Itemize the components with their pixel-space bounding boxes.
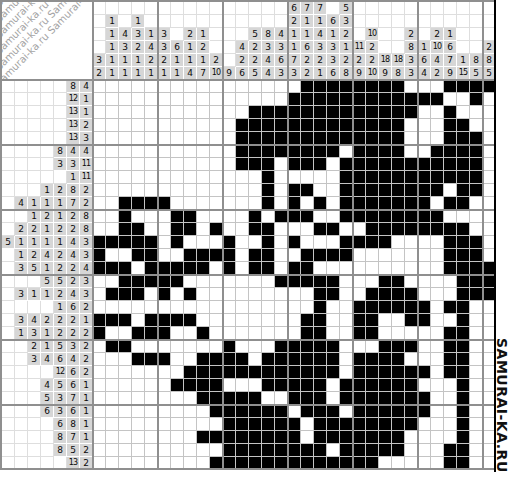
grid-cell[interactable]: [145, 93, 158, 106]
grid-cell[interactable]: [405, 197, 418, 210]
grid-cell[interactable]: [184, 288, 197, 301]
grid-cell[interactable]: [327, 249, 340, 262]
grid-cell[interactable]: [314, 184, 327, 197]
grid-cell[interactable]: [210, 431, 223, 444]
grid-cell[interactable]: [210, 158, 223, 171]
grid-cell[interactable]: [171, 106, 184, 119]
grid-cell[interactable]: [262, 249, 275, 262]
grid-cell[interactable]: [353, 288, 366, 301]
grid-cell[interactable]: [197, 379, 210, 392]
grid-cell[interactable]: [93, 223, 106, 236]
grid-cell[interactable]: [288, 392, 301, 405]
grid-cell[interactable]: [288, 457, 301, 470]
grid-cell[interactable]: [301, 379, 314, 392]
grid-cell[interactable]: [236, 80, 249, 93]
grid-cell[interactable]: [327, 405, 340, 418]
grid-cell[interactable]: [93, 145, 106, 158]
grid-cell[interactable]: [379, 80, 392, 93]
grid-cell[interactable]: [197, 171, 210, 184]
grid-cell[interactable]: [340, 145, 353, 158]
grid-cell[interactable]: [93, 314, 106, 327]
grid-cell[interactable]: [236, 197, 249, 210]
grid-cell[interactable]: [93, 132, 106, 145]
grid-cell[interactable]: [197, 249, 210, 262]
grid-cell[interactable]: [431, 444, 444, 457]
grid-cell[interactable]: [301, 457, 314, 470]
grid-cell[interactable]: [379, 353, 392, 366]
grid-cell[interactable]: [470, 353, 483, 366]
grid-cell[interactable]: [405, 210, 418, 223]
grid-cell[interactable]: [249, 366, 262, 379]
grid-cell[interactable]: [353, 223, 366, 236]
grid-cell[interactable]: [418, 301, 431, 314]
grid-cell[interactable]: [171, 158, 184, 171]
grid-cell[interactable]: [392, 366, 405, 379]
grid-cell[interactable]: [275, 262, 288, 275]
grid-cell[interactable]: [405, 132, 418, 145]
grid-cell[interactable]: [236, 106, 249, 119]
grid-cell[interactable]: [431, 288, 444, 301]
grid-cell[interactable]: [301, 106, 314, 119]
grid-cell[interactable]: [470, 301, 483, 314]
grid-cell[interactable]: [93, 119, 106, 132]
grid-cell[interactable]: [405, 327, 418, 340]
grid-cell[interactable]: [314, 431, 327, 444]
grid-cell[interactable]: [314, 275, 327, 288]
grid-cell[interactable]: [457, 132, 470, 145]
grid-cell[interactable]: [184, 106, 197, 119]
grid-cell[interactable]: [457, 340, 470, 353]
grid-cell[interactable]: [470, 145, 483, 158]
grid-cell[interactable]: [353, 379, 366, 392]
grid-cell[interactable]: [327, 353, 340, 366]
grid-cell[interactable]: [106, 262, 119, 275]
grid-cell[interactable]: [431, 158, 444, 171]
grid-cell[interactable]: [379, 249, 392, 262]
grid-cell[interactable]: [483, 301, 496, 314]
grid-cell[interactable]: [444, 223, 457, 236]
grid-cell[interactable]: [353, 366, 366, 379]
grid-cell[interactable]: [470, 171, 483, 184]
grid-cell[interactable]: [327, 275, 340, 288]
grid-cell[interactable]: [340, 119, 353, 132]
grid-cell[interactable]: [327, 184, 340, 197]
grid-cell[interactable]: [236, 301, 249, 314]
grid-cell[interactable]: [119, 80, 132, 93]
grid-cell[interactable]: [470, 158, 483, 171]
grid-cell[interactable]: [158, 301, 171, 314]
grid-cell[interactable]: [470, 379, 483, 392]
grid-cell[interactable]: [249, 171, 262, 184]
grid-cell[interactable]: [314, 301, 327, 314]
grid-cell[interactable]: [132, 80, 145, 93]
grid-cell[interactable]: [431, 132, 444, 145]
grid-cell[interactable]: [236, 288, 249, 301]
grid-cell[interactable]: [444, 405, 457, 418]
grid-cell[interactable]: [171, 93, 184, 106]
grid-cell[interactable]: [210, 80, 223, 93]
grid-cell[interactable]: [93, 327, 106, 340]
grid-cell[interactable]: [483, 145, 496, 158]
grid-cell[interactable]: [418, 249, 431, 262]
grid-cell[interactable]: [353, 340, 366, 353]
grid-cell[interactable]: [418, 288, 431, 301]
grid-cell[interactable]: [249, 444, 262, 457]
grid-cell[interactable]: [288, 444, 301, 457]
grid-cell[interactable]: [379, 366, 392, 379]
grid-cell[interactable]: [288, 405, 301, 418]
grid-cell[interactable]: [405, 457, 418, 470]
grid-cell[interactable]: [470, 106, 483, 119]
grid-cell[interactable]: [327, 236, 340, 249]
grid-cell[interactable]: [249, 119, 262, 132]
grid-cell[interactable]: [327, 223, 340, 236]
grid-cell[interactable]: [236, 210, 249, 223]
grid-cell[interactable]: [184, 158, 197, 171]
grid-cell[interactable]: [145, 379, 158, 392]
grid-cell[interactable]: [340, 275, 353, 288]
grid-cell[interactable]: [93, 353, 106, 366]
grid-cell[interactable]: [353, 444, 366, 457]
grid-cell[interactable]: [132, 210, 145, 223]
grid-cell[interactable]: [327, 314, 340, 327]
grid-cell[interactable]: [327, 119, 340, 132]
grid-cell[interactable]: [158, 210, 171, 223]
grid-cell[interactable]: [366, 301, 379, 314]
grid-cell[interactable]: [158, 275, 171, 288]
grid-cell[interactable]: [132, 288, 145, 301]
grid-cell[interactable]: [340, 223, 353, 236]
grid-cell[interactable]: [379, 158, 392, 171]
grid-cell[interactable]: [288, 184, 301, 197]
grid-cell[interactable]: [483, 249, 496, 262]
grid-cell[interactable]: [275, 301, 288, 314]
grid-cell[interactable]: [275, 431, 288, 444]
grid-cell[interactable]: [470, 93, 483, 106]
grid-cell[interactable]: [327, 197, 340, 210]
grid-cell[interactable]: [184, 275, 197, 288]
grid-cell[interactable]: [236, 431, 249, 444]
grid-cell[interactable]: [366, 405, 379, 418]
grid-cell[interactable]: [327, 171, 340, 184]
grid-cell[interactable]: [392, 93, 405, 106]
grid-cell[interactable]: [366, 366, 379, 379]
grid-cell[interactable]: [470, 314, 483, 327]
grid-cell[interactable]: [132, 145, 145, 158]
grid-cell[interactable]: [249, 457, 262, 470]
grid-cell[interactable]: [392, 158, 405, 171]
grid-cell[interactable]: [431, 327, 444, 340]
grid-cell[interactable]: [119, 340, 132, 353]
grid-cell[interactable]: [223, 145, 236, 158]
grid-cell[interactable]: [301, 184, 314, 197]
grid-cell[interactable]: [444, 145, 457, 158]
grid-cell[interactable]: [340, 392, 353, 405]
grid-cell[interactable]: [184, 262, 197, 275]
grid-cell[interactable]: [353, 184, 366, 197]
grid-cell[interactable]: [379, 444, 392, 457]
grid-cell[interactable]: [132, 327, 145, 340]
grid-cell[interactable]: [431, 457, 444, 470]
grid-cell[interactable]: [353, 301, 366, 314]
grid-cell[interactable]: [223, 249, 236, 262]
grid-cell[interactable]: [353, 106, 366, 119]
grid-cell[interactable]: [197, 288, 210, 301]
grid-cell[interactable]: [119, 145, 132, 158]
grid-cell[interactable]: [418, 392, 431, 405]
grid-cell[interactable]: [301, 353, 314, 366]
grid-cell[interactable]: [106, 457, 119, 470]
grid-cell[interactable]: [457, 353, 470, 366]
grid-cell[interactable]: [249, 379, 262, 392]
grid-cell[interactable]: [119, 158, 132, 171]
grid-cell[interactable]: [158, 340, 171, 353]
grid-cell[interactable]: [145, 210, 158, 223]
grid-cell[interactable]: [197, 418, 210, 431]
grid-cell[interactable]: [106, 444, 119, 457]
grid-cell[interactable]: [340, 210, 353, 223]
grid-cell[interactable]: [106, 275, 119, 288]
grid-cell[interactable]: [184, 171, 197, 184]
grid-cell[interactable]: [197, 405, 210, 418]
grid-cell[interactable]: [327, 210, 340, 223]
grid-cell[interactable]: [353, 314, 366, 327]
grid-cell[interactable]: [457, 379, 470, 392]
grid-cell[interactable]: [184, 210, 197, 223]
grid-cell[interactable]: [262, 119, 275, 132]
grid-cell[interactable]: [418, 171, 431, 184]
grid-cell[interactable]: [327, 262, 340, 275]
grid-cell[interactable]: [444, 197, 457, 210]
grid-cell[interactable]: [223, 80, 236, 93]
grid-cell[interactable]: [301, 249, 314, 262]
grid-cell[interactable]: [470, 262, 483, 275]
grid-cell[interactable]: [431, 171, 444, 184]
grid-cell[interactable]: [431, 119, 444, 132]
grid-cell[interactable]: [106, 249, 119, 262]
grid-cell[interactable]: [262, 392, 275, 405]
grid-cell[interactable]: [145, 119, 158, 132]
grid-cell[interactable]: [444, 327, 457, 340]
grid-cell[interactable]: [444, 288, 457, 301]
grid-cell[interactable]: [431, 379, 444, 392]
grid-cell[interactable]: [405, 106, 418, 119]
grid-cell[interactable]: [288, 431, 301, 444]
grid-cell[interactable]: [132, 340, 145, 353]
grid-cell[interactable]: [132, 158, 145, 171]
grid-cell[interactable]: [236, 353, 249, 366]
grid-cell[interactable]: [119, 132, 132, 145]
grid-cell[interactable]: [470, 210, 483, 223]
grid-cell[interactable]: [210, 171, 223, 184]
grid-cell[interactable]: [353, 262, 366, 275]
grid-cell[interactable]: [197, 444, 210, 457]
grid-cell[interactable]: [288, 314, 301, 327]
grid-cell[interactable]: [223, 132, 236, 145]
grid-cell[interactable]: [106, 366, 119, 379]
grid-cell[interactable]: [262, 145, 275, 158]
grid-cell[interactable]: [132, 236, 145, 249]
grid-cell[interactable]: [210, 197, 223, 210]
grid-cell[interactable]: [301, 158, 314, 171]
grid-cell[interactable]: [184, 457, 197, 470]
grid-cell[interactable]: [288, 106, 301, 119]
grid-cell[interactable]: [327, 366, 340, 379]
grid-cell[interactable]: [184, 132, 197, 145]
grid-cell[interactable]: [431, 249, 444, 262]
grid-cell[interactable]: [418, 158, 431, 171]
grid-cell[interactable]: [366, 431, 379, 444]
grid-cell[interactable]: [158, 223, 171, 236]
grid-cell[interactable]: [132, 119, 145, 132]
grid-cell[interactable]: [158, 197, 171, 210]
grid-cell[interactable]: [93, 379, 106, 392]
grid-cell[interactable]: [470, 457, 483, 470]
grid-cell[interactable]: [457, 80, 470, 93]
grid-cell[interactable]: [210, 314, 223, 327]
grid-cell[interactable]: [405, 145, 418, 158]
grid-cell[interactable]: [392, 418, 405, 431]
grid-cell[interactable]: [106, 301, 119, 314]
grid-cell[interactable]: [145, 301, 158, 314]
grid-cell[interactable]: [93, 366, 106, 379]
grid-cell[interactable]: [405, 171, 418, 184]
grid-cell[interactable]: [158, 119, 171, 132]
grid-cell[interactable]: [457, 457, 470, 470]
grid-cell[interactable]: [158, 431, 171, 444]
grid-cell[interactable]: [314, 93, 327, 106]
grid-cell[interactable]: [288, 262, 301, 275]
grid-cell[interactable]: [184, 405, 197, 418]
grid-cell[interactable]: [340, 288, 353, 301]
grid-cell[interactable]: [249, 197, 262, 210]
grid-cell[interactable]: [210, 457, 223, 470]
grid-cell[interactable]: [145, 457, 158, 470]
grid-cell[interactable]: [457, 288, 470, 301]
grid-cell[interactable]: [223, 327, 236, 340]
grid-cell[interactable]: [470, 80, 483, 93]
grid-cell[interactable]: [444, 184, 457, 197]
grid-cell[interactable]: [184, 340, 197, 353]
grid-cell[interactable]: [197, 210, 210, 223]
grid-cell[interactable]: [314, 340, 327, 353]
grid-cell[interactable]: [457, 314, 470, 327]
grid-cell[interactable]: [132, 431, 145, 444]
grid-cell[interactable]: [249, 340, 262, 353]
grid-cell[interactable]: [392, 457, 405, 470]
grid-cell[interactable]: [210, 184, 223, 197]
grid-cell[interactable]: [197, 314, 210, 327]
grid-cell[interactable]: [314, 288, 327, 301]
grid-cell[interactable]: [418, 262, 431, 275]
grid-cell[interactable]: [275, 197, 288, 210]
grid-cell[interactable]: [444, 457, 457, 470]
grid-cell[interactable]: [93, 171, 106, 184]
grid-cell[interactable]: [366, 262, 379, 275]
grid-cell[interactable]: [93, 93, 106, 106]
grid-cell[interactable]: [223, 444, 236, 457]
grid-cell[interactable]: [431, 184, 444, 197]
grid-cell[interactable]: [275, 158, 288, 171]
grid-cell[interactable]: [249, 418, 262, 431]
grid-cell[interactable]: [379, 262, 392, 275]
grid-cell[interactable]: [366, 340, 379, 353]
grid-cell[interactable]: [353, 275, 366, 288]
grid-cell[interactable]: [301, 145, 314, 158]
grid-cell[interactable]: [223, 210, 236, 223]
grid-cell[interactable]: [444, 171, 457, 184]
grid-cell[interactable]: [132, 262, 145, 275]
grid-cell[interactable]: [431, 236, 444, 249]
grid-cell[interactable]: [119, 392, 132, 405]
grid-cell[interactable]: [184, 197, 197, 210]
grid-cell[interactable]: [353, 210, 366, 223]
grid-cell[interactable]: [249, 80, 262, 93]
grid-cell[interactable]: [392, 353, 405, 366]
grid-cell[interactable]: [431, 340, 444, 353]
grid-cell[interactable]: [314, 210, 327, 223]
grid-cell[interactable]: [314, 80, 327, 93]
grid-cell[interactable]: [119, 405, 132, 418]
grid-cell[interactable]: [366, 158, 379, 171]
grid-cell[interactable]: [158, 353, 171, 366]
grid-cell[interactable]: [158, 132, 171, 145]
grid-cell[interactable]: [197, 392, 210, 405]
grid-cell[interactable]: [119, 379, 132, 392]
grid-cell[interactable]: [145, 405, 158, 418]
grid-cell[interactable]: [392, 340, 405, 353]
grid-cell[interactable]: [106, 288, 119, 301]
grid-cell[interactable]: [340, 418, 353, 431]
grid-cell[interactable]: [275, 236, 288, 249]
grid-cell[interactable]: [145, 444, 158, 457]
grid-cell[interactable]: [366, 275, 379, 288]
grid-cell[interactable]: [405, 379, 418, 392]
grid-cell[interactable]: [249, 106, 262, 119]
grid-cell[interactable]: [392, 392, 405, 405]
grid-cell[interactable]: [275, 184, 288, 197]
grid-cell[interactable]: [392, 145, 405, 158]
grid-cell[interactable]: [275, 132, 288, 145]
grid-cell[interactable]: [353, 236, 366, 249]
grid-cell[interactable]: [444, 132, 457, 145]
grid-cell[interactable]: [275, 171, 288, 184]
grid-cell[interactable]: [418, 314, 431, 327]
grid-cell[interactable]: [236, 262, 249, 275]
grid-cell[interactable]: [340, 236, 353, 249]
grid-cell[interactable]: [340, 457, 353, 470]
grid-cell[interactable]: [457, 249, 470, 262]
grid-cell[interactable]: [418, 119, 431, 132]
grid-cell[interactable]: [314, 197, 327, 210]
grid-cell[interactable]: [457, 210, 470, 223]
grid-cell[interactable]: [418, 197, 431, 210]
grid-cell[interactable]: [236, 236, 249, 249]
grid-cell[interactable]: [158, 80, 171, 93]
grid-cell[interactable]: [353, 93, 366, 106]
grid-cell[interactable]: [262, 444, 275, 457]
grid-cell[interactable]: [366, 93, 379, 106]
grid-cell[interactable]: [470, 418, 483, 431]
grid-cell[interactable]: [132, 405, 145, 418]
grid-cell[interactable]: [236, 223, 249, 236]
grid-cell[interactable]: [353, 197, 366, 210]
grid-cell[interactable]: [431, 210, 444, 223]
grid-cell[interactable]: [210, 275, 223, 288]
grid-cell[interactable]: [249, 184, 262, 197]
grid-cell[interactable]: [275, 327, 288, 340]
grid-cell[interactable]: [145, 145, 158, 158]
